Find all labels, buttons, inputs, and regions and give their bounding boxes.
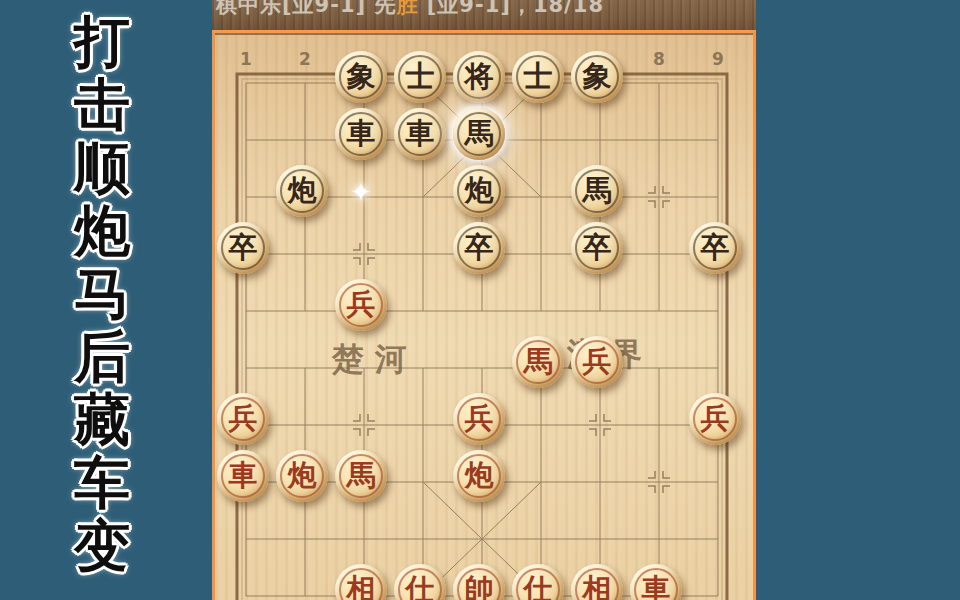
piece-char: 卒 [701, 228, 730, 268]
piece-char: 炮 [465, 456, 494, 496]
piece-black[interactable]: 馬 [571, 165, 623, 217]
piece-red[interactable]: 相 [571, 564, 623, 600]
piece-char: 馬 [583, 171, 612, 211]
xiangqi-board-panel: 棋中乐[业9-1] 先胜 [业9-1]，18/18 [212, 0, 756, 600]
screen: 打击顺炮马后藏车变 棋中乐[业9-1] 先胜 [业9-1]，18/18 [0, 0, 960, 600]
piece-red[interactable]: 仕 [512, 564, 564, 600]
banner-char: 车 [52, 451, 152, 514]
last-move-sparkle: ✦ [346, 177, 376, 207]
piece-red[interactable]: 車 [630, 564, 682, 600]
piece-red[interactable]: 帥 [453, 564, 505, 600]
piece-red[interactable]: 兵 [217, 393, 269, 445]
banner-char: 打 [52, 10, 152, 73]
piece-char: 兵 [347, 285, 376, 325]
piece-black[interactable]: 炮 [276, 165, 328, 217]
banner-char: 后 [52, 325, 152, 388]
pieces-layer: ✦ 象士将士象車車馬炮炮馬卒卒卒卒兵馬兵兵兵兵車炮馬炮相仕帥仕相車 [212, 0, 756, 600]
piece-char: 将 [465, 57, 494, 97]
piece-char: 象 [583, 57, 612, 97]
piece-black[interactable]: 馬 [453, 108, 505, 160]
piece-char: 相 [347, 570, 376, 600]
piece-red[interactable]: 炮 [276, 450, 328, 502]
piece-char: 士 [524, 57, 553, 97]
banner-char: 顺 [52, 136, 152, 199]
piece-red[interactable]: 仕 [394, 564, 446, 600]
piece-red[interactable]: 炮 [453, 450, 505, 502]
piece-red[interactable]: 車 [217, 450, 269, 502]
piece-black[interactable]: 象 [571, 51, 623, 103]
piece-red[interactable]: 馬 [512, 336, 564, 388]
piece-black[interactable]: 将 [453, 51, 505, 103]
piece-black[interactable]: 卒 [571, 222, 623, 274]
piece-char: 車 [229, 456, 258, 496]
piece-char: 仕 [524, 570, 553, 600]
piece-red[interactable]: 兵 [689, 393, 741, 445]
piece-char: 炮 [288, 456, 317, 496]
piece-black[interactable]: 卒 [453, 222, 505, 274]
piece-black[interactable]: 象 [335, 51, 387, 103]
piece-black[interactable]: 士 [394, 51, 446, 103]
banner-char: 击 [52, 73, 152, 136]
piece-char: 卒 [229, 228, 258, 268]
piece-char: 車 [406, 114, 435, 154]
piece-char: 車 [642, 570, 671, 600]
piece-char: 馬 [524, 342, 553, 382]
piece-char: 卒 [583, 228, 612, 268]
piece-char: 兵 [465, 399, 494, 439]
piece-black[interactable]: 士 [512, 51, 564, 103]
banner-char: 变 [52, 514, 152, 577]
piece-char: 兵 [701, 399, 730, 439]
piece-char: 帥 [465, 570, 494, 600]
banner-char: 炮 [52, 199, 152, 262]
piece-char: 車 [347, 114, 376, 154]
side-banner: 打击顺炮马后藏车变 [52, 10, 152, 577]
piece-red[interactable]: 兵 [453, 393, 505, 445]
piece-char: 炮 [288, 171, 317, 211]
piece-char: 相 [583, 570, 612, 600]
piece-black[interactable]: 卒 [689, 222, 741, 274]
piece-black[interactable]: 炮 [453, 165, 505, 217]
banner-char: 藏 [52, 388, 152, 451]
piece-char: 馬 [465, 114, 494, 154]
banner-char: 马 [52, 262, 152, 325]
piece-char: 兵 [229, 399, 258, 439]
piece-char: 士 [406, 57, 435, 97]
piece-char: 馬 [347, 456, 376, 496]
piece-red[interactable]: 兵 [571, 336, 623, 388]
piece-char: 兵 [583, 342, 612, 382]
piece-red[interactable]: 馬 [335, 450, 387, 502]
piece-char: 炮 [465, 171, 494, 211]
piece-red[interactable]: 相 [335, 564, 387, 600]
piece-black[interactable]: 車 [394, 108, 446, 160]
piece-black[interactable]: 車 [335, 108, 387, 160]
piece-black[interactable]: 卒 [217, 222, 269, 274]
piece-red[interactable]: 兵 [335, 279, 387, 331]
piece-char: 卒 [465, 228, 494, 268]
piece-char: 象 [347, 57, 376, 97]
piece-char: 仕 [406, 570, 435, 600]
